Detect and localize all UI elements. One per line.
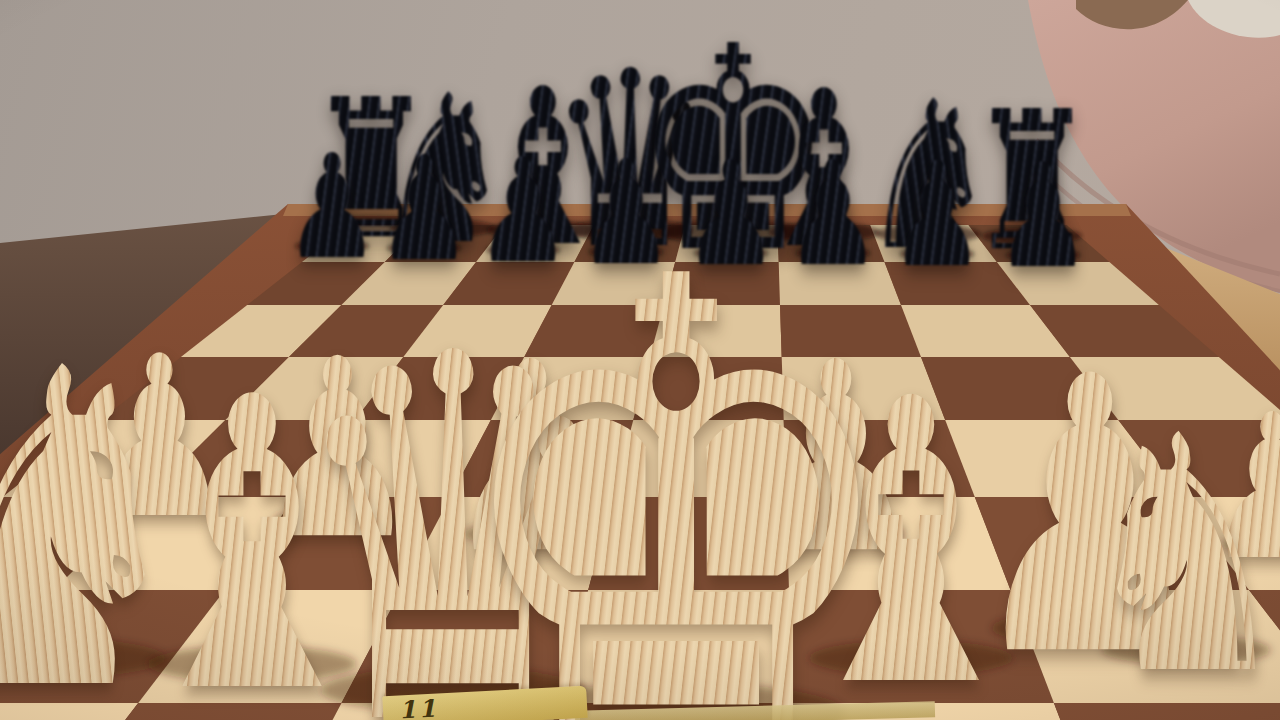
piece-white-knight-b1: ♞ — [0, 312, 214, 720]
chess-photo-scene: ♜♞♝♛♚♝♞♜♟♟♟♟♟♟♟♟♟♟♟♟♟♟♝♝♞♛♞♚ 11 — [0, 0, 1280, 720]
piece-white-knight-g1: ♞ — [1065, 393, 1280, 719]
label-text: 11 — [398, 693, 439, 720]
piece-black-pawn-h7: ♟ — [990, 144, 1097, 288]
piece-white-king-e1: ♚ — [416, 196, 936, 720]
